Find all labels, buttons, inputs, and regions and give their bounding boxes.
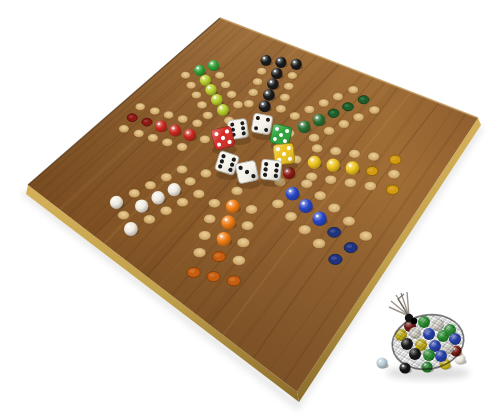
board-hole [192,119,202,127]
marble-lime [205,84,216,95]
marble-white [124,222,138,236]
marble-highlight [293,61,295,63]
marble-yellow [346,161,360,175]
board-hole [237,238,250,248]
board-hole [348,86,359,94]
board-hole [344,178,356,187]
board-hole [176,165,187,174]
marble-highlight [379,360,381,362]
board-hole [318,99,329,107]
board-hole [181,72,191,79]
marble-darkgreen [298,120,311,133]
marble-black [261,55,272,66]
board-hole [388,170,400,179]
painted-hole-sheen [391,157,396,160]
board-hole [287,72,297,80]
board-hole [244,100,254,108]
marble-highlight [155,194,158,197]
marble-highlight [316,215,319,218]
bag-mesh [388,309,468,375]
die-face [211,126,235,150]
marble-darkgreen [313,114,325,126]
marble-lime [211,94,223,106]
painted-hole-sheen [215,254,221,257]
board-hole [186,82,196,90]
marble-highlight [203,77,205,79]
board-hole [208,199,220,208]
marble-red [169,125,181,137]
aggravation-board-photo [0,0,500,418]
marble-highlight [330,161,333,164]
die-shading [260,159,282,181]
board-hole [134,130,144,138]
board-hole [359,231,372,241]
marble-white [135,199,148,212]
marble-highlight [197,67,199,69]
painted-hole-sheen [144,120,148,123]
marble-yellow [308,156,321,169]
marble-highlight [266,92,268,94]
board-hole [161,173,172,182]
board-hole [177,143,188,151]
painted-hole-sheen [360,97,365,100]
board-hole [276,105,287,113]
marble-orange [221,215,235,229]
marble-highlight [302,202,305,205]
painted-hole-sheen [347,245,353,249]
board-hole [349,149,361,158]
marble-white [151,191,164,204]
board-hole [221,81,231,89]
marble-blue [286,187,300,201]
painted-hole-sheen [209,274,215,278]
painted-hole-sheen [368,168,373,171]
board-hole [177,198,189,207]
board-hole [193,248,206,258]
painted-hole-sheen [230,278,236,282]
marble-black [259,100,271,112]
die-face [251,113,273,135]
board-hole [232,256,245,266]
board-hole [353,113,364,121]
board-hole [143,215,155,224]
marble-highlight [187,131,189,133]
board-hole [119,125,129,133]
marble-highlight [211,62,213,64]
marble-highlight [225,218,228,221]
board-hole [199,231,211,241]
marble-highlight [171,186,174,189]
board-hole [284,82,294,90]
board-hole [227,91,237,99]
board-hole [193,190,205,199]
board-hole [314,191,326,200]
board-hole [191,91,201,99]
board-hole [272,199,284,208]
die-face [235,160,259,184]
painted-hole-sheen [330,111,335,114]
marble-highlight [402,365,404,367]
board-hole [369,106,380,114]
board-hole [204,214,216,223]
board-hole [285,212,297,222]
marble-highlight [349,164,352,167]
marble-orange [226,200,240,214]
marble-red [155,120,167,132]
board-hole [343,216,356,226]
board-hole [245,205,257,214]
marble-white [110,196,123,209]
board-hole [233,101,243,109]
board-hole [241,221,253,231]
board-hole [333,93,344,101]
board-hole [200,169,211,178]
marble-highlight [278,59,280,61]
marble-highlight [262,103,264,105]
bag-knot [411,318,417,324]
marble-black [291,59,302,70]
marble-highlight [138,202,141,205]
marble-highlight [263,57,265,59]
die-face [270,124,293,147]
marble-highlight [172,127,174,129]
marble-lime [200,75,211,86]
board-hole [203,111,213,119]
board-hole [304,105,315,113]
board-hole [199,135,210,143]
board-hole [135,103,145,111]
marble-highlight [113,199,116,202]
board-hole [148,134,159,142]
marble-highlight [220,107,222,109]
board-hole [162,138,173,146]
board-hole [311,144,322,153]
painted-hole-sheen [189,269,195,273]
board-hole [338,120,349,129]
painted-hole-sheen [129,115,133,118]
marble-lime [208,60,219,71]
board-hole [298,225,311,235]
die-shading [251,113,273,135]
marble-highlight [316,116,318,118]
painted-hole-sheen [330,229,336,232]
marble-white [168,183,181,196]
board-hole [364,181,376,190]
board-hole [164,111,174,119]
marble-black [267,78,279,90]
marble-bag [386,292,470,380]
board-hole [129,189,140,198]
marble-highlight [270,81,272,83]
marble-blue [312,212,326,226]
board-hole [215,72,225,79]
board-hole [280,93,290,101]
board-hole [145,181,156,190]
board-game-product-photo [0,0,500,418]
marble-highlight [214,96,216,98]
painted-hole-sheen [345,104,350,107]
marble-blue [299,199,313,213]
board-hole [313,239,326,249]
board-hole [178,115,188,123]
board-hole [150,107,160,115]
marble-yellow [327,159,340,172]
board-hole [197,101,207,109]
painted-hole-sheen [389,187,394,190]
board-hole [368,152,380,161]
board-hole [160,206,172,215]
marble-highlight [208,87,210,89]
marble-highlight [301,123,304,126]
board-hole [330,147,342,156]
board-hole [185,177,196,186]
marble-black [263,89,275,101]
board-hole [308,134,319,143]
marble-highlight [289,190,292,193]
marble-red [184,129,196,141]
painted-hole-sheen [331,256,337,260]
marble-lime [194,65,205,76]
marble-orange [217,232,231,246]
board-hole [289,112,300,120]
marble-loose [376,357,387,368]
die-face [260,159,282,181]
board-hole [323,127,334,136]
marble-highlight [229,202,232,205]
marble-highlight [158,123,160,125]
board-hole [257,67,267,75]
board-hole [325,175,337,184]
marble-black [271,68,282,79]
board-hole [253,78,263,86]
board-hole [231,187,243,196]
board-hole [328,203,341,213]
marble-highlight [274,70,276,72]
marble-black [275,57,286,68]
board-hole [301,179,313,188]
board-hole [118,211,130,220]
marble-highlight [311,159,314,162]
board-hole [248,89,258,97]
marble-highlight [220,235,223,238]
marble-lime [217,104,229,116]
marble-highlight [127,225,130,228]
